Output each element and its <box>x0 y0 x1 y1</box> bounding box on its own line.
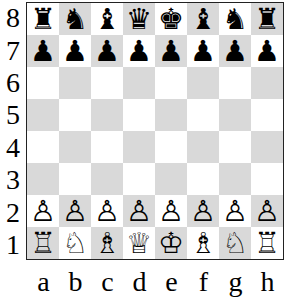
file-label-a: a <box>28 264 60 300</box>
black-pawn-d7[interactable]: ♟ <box>123 35 155 67</box>
white-pawn-g2[interactable]: ♙ <box>219 195 251 227</box>
square-c6[interactable] <box>91 67 123 99</box>
square-g6[interactable] <box>219 67 251 99</box>
square-f4[interactable] <box>187 131 219 163</box>
square-a8[interactable]: ♜ <box>27 3 59 35</box>
file-label-f: f <box>188 264 220 300</box>
square-e4[interactable] <box>155 131 187 163</box>
square-h5[interactable] <box>251 99 283 131</box>
square-h6[interactable] <box>251 67 283 99</box>
black-pawn-a7[interactable]: ♟ <box>27 35 59 67</box>
square-f1[interactable]: ♗ <box>187 227 219 259</box>
square-a3[interactable] <box>27 163 59 195</box>
square-b5[interactable] <box>59 99 91 131</box>
black-knight-g8[interactable]: ♞ <box>219 3 251 35</box>
chess-diagram: 87654321 ♜♞♝♛♚♝♞♜♟♟♟♟♟♟♟♟♙♙♙♙♙♙♙♙♖♘♗♕♔♗♘… <box>0 0 302 302</box>
white-bishop-f1[interactable]: ♗ <box>187 227 219 259</box>
rank-label-5: 5 <box>0 99 26 131</box>
square-e8[interactable]: ♚ <box>155 3 187 35</box>
square-g5[interactable] <box>219 99 251 131</box>
square-c2[interactable]: ♙ <box>91 195 123 227</box>
square-c1[interactable]: ♗ <box>91 227 123 259</box>
white-king-e1[interactable]: ♔ <box>155 227 187 259</box>
square-h2[interactable]: ♙ <box>251 195 283 227</box>
white-rook-h1[interactable]: ♖ <box>251 227 283 259</box>
white-queen-d1[interactable]: ♕ <box>123 227 155 259</box>
file-label-d: d <box>124 264 156 300</box>
square-g7[interactable]: ♟ <box>219 35 251 67</box>
black-pawn-g7[interactable]: ♟ <box>219 35 251 67</box>
white-pawn-e2[interactable]: ♙ <box>155 195 187 227</box>
square-e7[interactable]: ♟ <box>155 35 187 67</box>
square-h7[interactable]: ♟ <box>251 35 283 67</box>
square-f7[interactable]: ♟ <box>187 35 219 67</box>
square-h1[interactable]: ♖ <box>251 227 283 259</box>
square-g3[interactable] <box>219 163 251 195</box>
chess-board[interactable]: ♜♞♝♛♚♝♞♜♟♟♟♟♟♟♟♟♙♙♙♙♙♙♙♙♖♘♗♕♔♗♘♖ <box>26 2 284 260</box>
rank-label-6: 6 <box>0 67 26 99</box>
white-knight-g1[interactable]: ♘ <box>219 227 251 259</box>
rank-label-4: 4 <box>0 132 26 164</box>
black-bishop-c8[interactable]: ♝ <box>91 3 123 35</box>
white-rook-a1[interactable]: ♖ <box>27 227 59 259</box>
square-d3[interactable] <box>123 163 155 195</box>
square-g1[interactable]: ♘ <box>219 227 251 259</box>
black-bishop-f8[interactable]: ♝ <box>187 3 219 35</box>
black-pawn-b7[interactable]: ♟ <box>59 35 91 67</box>
square-b8[interactable]: ♞ <box>59 3 91 35</box>
square-d5[interactable] <box>123 99 155 131</box>
black-pawn-c7[interactable]: ♟ <box>91 35 123 67</box>
white-pawn-f2[interactable]: ♙ <box>187 195 219 227</box>
black-pawn-e7[interactable]: ♟ <box>155 35 187 67</box>
square-e1[interactable]: ♔ <box>155 227 187 259</box>
black-knight-b8[interactable]: ♞ <box>59 3 91 35</box>
square-g4[interactable] <box>219 131 251 163</box>
square-h8[interactable]: ♜ <box>251 3 283 35</box>
square-g2[interactable]: ♙ <box>219 195 251 227</box>
rank-label-8: 8 <box>0 2 26 34</box>
square-f5[interactable] <box>187 99 219 131</box>
file-labels: abcdefgh <box>28 264 284 300</box>
rank-label-2: 2 <box>0 196 26 228</box>
white-knight-b1[interactable]: ♘ <box>59 227 91 259</box>
black-king-e8[interactable]: ♚ <box>155 3 187 35</box>
square-f6[interactable] <box>187 67 219 99</box>
square-b2[interactable]: ♙ <box>59 195 91 227</box>
square-d7[interactable]: ♟ <box>123 35 155 67</box>
square-d4[interactable] <box>123 131 155 163</box>
square-a6[interactable] <box>27 67 59 99</box>
square-e2[interactable]: ♙ <box>155 195 187 227</box>
square-a2[interactable]: ♙ <box>27 195 59 227</box>
square-g8[interactable]: ♞ <box>219 3 251 35</box>
square-b4[interactable] <box>59 131 91 163</box>
square-h3[interactable] <box>251 163 283 195</box>
square-e3[interactable] <box>155 163 187 195</box>
black-queen-d8[interactable]: ♛ <box>123 3 155 35</box>
square-b3[interactable] <box>59 163 91 195</box>
black-rook-h8[interactable]: ♜ <box>251 3 283 35</box>
square-e5[interactable] <box>155 99 187 131</box>
white-pawn-b2[interactable]: ♙ <box>59 195 91 227</box>
rank-label-7: 7 <box>0 34 26 66</box>
square-d6[interactable] <box>123 67 155 99</box>
square-b1[interactable]: ♘ <box>59 227 91 259</box>
square-c4[interactable] <box>91 131 123 163</box>
square-c8[interactable]: ♝ <box>91 3 123 35</box>
square-a1[interactable]: ♖ <box>27 227 59 259</box>
white-pawn-a2[interactable]: ♙ <box>27 195 59 227</box>
square-b6[interactable] <box>59 67 91 99</box>
square-h4[interactable] <box>251 131 283 163</box>
file-label-e: e <box>156 264 188 300</box>
white-pawn-c2[interactable]: ♙ <box>91 195 123 227</box>
square-f2[interactable]: ♙ <box>187 195 219 227</box>
file-label-g: g <box>220 264 252 300</box>
square-f3[interactable] <box>187 163 219 195</box>
black-rook-a8[interactable]: ♜ <box>27 3 59 35</box>
square-e6[interactable] <box>155 67 187 99</box>
square-f8[interactable]: ♝ <box>187 3 219 35</box>
white-pawn-d2[interactable]: ♙ <box>123 195 155 227</box>
file-label-h: h <box>252 264 284 300</box>
square-b7[interactable]: ♟ <box>59 35 91 67</box>
black-pawn-f7[interactable]: ♟ <box>187 35 219 67</box>
square-c5[interactable] <box>91 99 123 131</box>
square-d1[interactable]: ♕ <box>123 227 155 259</box>
black-pawn-h7[interactable]: ♟ <box>251 35 283 67</box>
file-label-c: c <box>92 264 124 300</box>
rank-labels: 87654321 <box>0 2 26 261</box>
white-pawn-h2[interactable]: ♙ <box>251 195 283 227</box>
square-c7[interactable]: ♟ <box>91 35 123 67</box>
square-a4[interactable] <box>27 131 59 163</box>
square-d2[interactable]: ♙ <box>123 195 155 227</box>
square-d8[interactable]: ♛ <box>123 3 155 35</box>
square-c3[interactable] <box>91 163 123 195</box>
rank-label-3: 3 <box>0 164 26 196</box>
file-label-b: b <box>60 264 92 300</box>
rank-label-1: 1 <box>0 229 26 261</box>
square-a7[interactable]: ♟ <box>27 35 59 67</box>
white-bishop-c1[interactable]: ♗ <box>91 227 123 259</box>
square-a5[interactable] <box>27 99 59 131</box>
